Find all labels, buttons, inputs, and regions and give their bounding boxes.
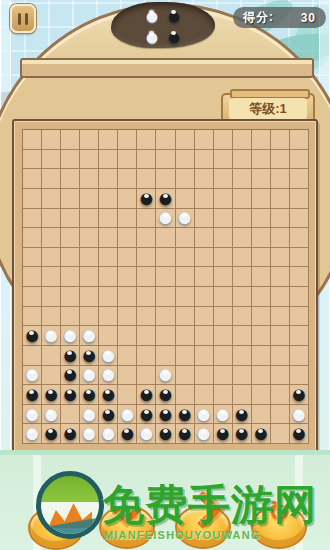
board-cell[interactable] [61, 228, 80, 248]
board-cell[interactable]: ● [80, 424, 99, 444]
board-cell[interactable] [118, 169, 137, 189]
board-cell[interactable] [99, 228, 118, 248]
tray-slot: ● [164, 4, 185, 25]
black-stone: ● [80, 346, 98, 365]
board-cell[interactable]: ● [61, 385, 80, 405]
board-cell[interactable] [252, 267, 271, 287]
board-cell[interactable] [42, 150, 61, 170]
board-cell[interactable]: ● [80, 385, 99, 405]
board-cell[interactable] [137, 366, 156, 386]
board-cell[interactable] [137, 346, 156, 366]
board-cell[interactable] [271, 287, 290, 307]
board-cell[interactable] [61, 405, 80, 425]
board-cell[interactable]: ● [99, 366, 118, 386]
board-cell[interactable] [233, 326, 252, 346]
board-cell[interactable] [23, 248, 42, 268]
board-cell[interactable] [176, 287, 195, 307]
score-badge: 得分: 30 [233, 7, 326, 28]
board-cell[interactable] [23, 130, 42, 150]
board-cell[interactable] [271, 307, 290, 327]
board-cell[interactable]: ● [80, 366, 99, 386]
game-board: ●●●●●●●●●●●●●●●●●●●●●●●●●●●●●●●●●●●●●●●●… [12, 119, 318, 453]
board-cell[interactable]: ● [156, 366, 175, 386]
board-cell[interactable] [290, 248, 309, 268]
board-cell[interactable]: ● [61, 346, 80, 366]
board-cell[interactable] [118, 307, 137, 327]
black-stone: ● [80, 385, 98, 404]
white-stone: ● [80, 405, 98, 424]
board-cell[interactable] [118, 189, 137, 209]
tray-slot: ● [164, 25, 185, 46]
board-cell[interactable] [23, 267, 42, 287]
black-stone: ● [137, 405, 155, 424]
black-stone: ● [290, 385, 308, 404]
board-cell[interactable] [99, 287, 118, 307]
watermark-chinese-text: 免费手游网 [0, 477, 317, 533]
board-cell[interactable] [195, 169, 214, 189]
board-cell[interactable] [80, 189, 99, 209]
white-stone: ● [42, 405, 60, 424]
board-cell[interactable] [23, 150, 42, 170]
board-cell[interactable]: ● [176, 424, 195, 444]
board-cell[interactable] [214, 287, 233, 307]
black-stone: ● [61, 385, 79, 404]
board-cell[interactable] [214, 385, 233, 405]
board-cell[interactable] [99, 130, 118, 150]
black-stone: ● [156, 189, 174, 208]
board-cell[interactable] [42, 209, 61, 229]
board-cell[interactable] [23, 169, 42, 189]
black-stone: ● [214, 424, 232, 443]
board-cell[interactable] [271, 169, 290, 189]
board-cell[interactable] [23, 287, 42, 307]
board-cell[interactable]: ● [118, 405, 137, 425]
level-badge-text: 等级:1 [229, 98, 307, 120]
board-cell[interactable] [214, 150, 233, 170]
board-cell[interactable]: ● [156, 209, 175, 229]
board-cell[interactable] [176, 385, 195, 405]
board-cell[interactable] [137, 267, 156, 287]
board-cell[interactable] [214, 228, 233, 248]
board-cell[interactable] [214, 130, 233, 150]
black-stone: ● [233, 405, 251, 424]
board-cell[interactable] [252, 189, 271, 209]
white-stone: ● [23, 366, 41, 385]
board-cell[interactable] [118, 287, 137, 307]
board-cell[interactable] [214, 267, 233, 287]
white-stone: ● [156, 366, 174, 385]
board-cell[interactable] [176, 267, 195, 287]
black-stone: ● [42, 385, 60, 404]
board-cell[interactable] [42, 189, 61, 209]
black-stone: ● [176, 424, 194, 443]
black-stone: ● [156, 424, 174, 443]
board-cell[interactable] [99, 189, 118, 209]
board-cell[interactable] [195, 326, 214, 346]
board-cell[interactable] [252, 405, 271, 425]
board-cell[interactable]: ● [137, 424, 156, 444]
board-cell[interactable]: ● [290, 385, 309, 405]
black-stone: ● [156, 385, 174, 404]
board-cell[interactable] [80, 307, 99, 327]
board-cell[interactable] [214, 307, 233, 327]
board-cell[interactable] [118, 248, 137, 268]
board-cell[interactable] [156, 267, 175, 287]
board-cell[interactable] [233, 150, 252, 170]
board-cell[interactable] [80, 248, 99, 268]
board-cell[interactable]: ● [156, 385, 175, 405]
board-cell[interactable] [42, 307, 61, 327]
board-cell[interactable]: ● [290, 424, 309, 444]
board-cell[interactable]: ● [42, 385, 61, 405]
white-stone: ● [195, 405, 213, 424]
board-cell[interactable] [290, 228, 309, 248]
game-screen: ●●●● 得分: 30 等级:1 ●●●●●●●●●●●●●●●●●●●●●●●… [0, 0, 330, 550]
board-cell[interactable]: ● [137, 405, 156, 425]
white-stone: ● [99, 424, 117, 443]
board-cell[interactable] [271, 385, 290, 405]
black-stone: ● [176, 405, 194, 424]
board-cell[interactable] [80, 169, 99, 189]
board-cell[interactable] [195, 189, 214, 209]
board-cell[interactable] [118, 346, 137, 366]
board-cell[interactable]: ● [214, 424, 233, 444]
board-cell[interactable] [271, 130, 290, 150]
board-cell[interactable] [233, 307, 252, 327]
board-cell[interactable] [195, 346, 214, 366]
board-cell[interactable] [23, 189, 42, 209]
board-cell[interactable]: ● [61, 366, 80, 386]
board-cell[interactable] [252, 209, 271, 229]
board-cell[interactable]: ● [233, 405, 252, 425]
board-cell[interactable] [214, 248, 233, 268]
board-cell[interactable] [42, 287, 61, 307]
white-stone: ● [80, 326, 98, 345]
board-cell[interactable] [233, 228, 252, 248]
board-cell[interactable] [195, 228, 214, 248]
board-cell[interactable]: ● [118, 424, 137, 444]
board-cell[interactable] [233, 366, 252, 386]
board-cell[interactable] [252, 366, 271, 386]
board-cell[interactable] [290, 189, 309, 209]
white-stone: ● [61, 326, 79, 345]
board-cell[interactable] [61, 169, 80, 189]
board-cell[interactable] [271, 326, 290, 346]
board-cell[interactable] [214, 346, 233, 366]
white-stone: ● [118, 405, 136, 424]
board-cell[interactable] [80, 150, 99, 170]
tray-slot: ● [142, 25, 163, 46]
board-cell[interactable]: ● [80, 405, 99, 425]
board-cell[interactable] [23, 346, 42, 366]
board-cell[interactable] [252, 287, 271, 307]
board-cell[interactable] [118, 228, 137, 248]
board-cell[interactable] [42, 228, 61, 248]
board-cell[interactable]: ● [23, 424, 42, 444]
black-stone: ● [23, 326, 41, 345]
black-stone: ● [61, 424, 79, 443]
board-cell[interactable] [233, 130, 252, 150]
board-cell[interactable] [176, 169, 195, 189]
board-cell[interactable] [156, 169, 175, 189]
black-stone: ● [156, 405, 174, 424]
board-cell[interactable] [156, 130, 175, 150]
board-cell[interactable] [195, 130, 214, 150]
board-cell[interactable]: ● [290, 405, 309, 425]
white-stone: ● [290, 405, 308, 424]
board-cell[interactable] [290, 169, 309, 189]
white-stone: ● [23, 424, 41, 443]
board-cell[interactable] [80, 267, 99, 287]
board-cell[interactable] [137, 150, 156, 170]
board-cell[interactable]: ● [80, 346, 99, 366]
board-cell[interactable] [233, 209, 252, 229]
board-cell[interactable] [61, 130, 80, 150]
board-cell[interactable] [99, 209, 118, 229]
board-cell[interactable]: ● [176, 405, 195, 425]
board-cell[interactable] [99, 150, 118, 170]
board-cell[interactable] [80, 228, 99, 248]
board-cell[interactable] [118, 209, 137, 229]
board-cell[interactable] [252, 150, 271, 170]
pause-button[interactable] [10, 4, 36, 33]
board-cell[interactable] [214, 209, 233, 229]
board-cell[interactable] [195, 209, 214, 229]
board-cell[interactable] [271, 228, 290, 248]
board-cell[interactable] [290, 130, 309, 150]
board-cell[interactable] [290, 287, 309, 307]
board-cell[interactable] [137, 169, 156, 189]
black-stone: ● [99, 405, 117, 424]
board-cell[interactable] [137, 326, 156, 346]
board-grid: ●●●●●●●●●●●●●●●●●●●●●●●●●●●●●●●●●●●●●●●●… [22, 129, 309, 444]
board-cell[interactable] [252, 228, 271, 248]
board-cell[interactable] [176, 307, 195, 327]
board-cell[interactable] [195, 267, 214, 287]
black-stone: ● [137, 189, 155, 208]
board-cell[interactable] [23, 307, 42, 327]
board-cell[interactable] [271, 405, 290, 425]
black-stone: ● [233, 424, 251, 443]
board-cell[interactable] [99, 248, 118, 268]
board-cell[interactable] [156, 287, 175, 307]
board-cell[interactable]: ● [214, 405, 233, 425]
board-cell[interactable] [156, 248, 175, 268]
black-stone: ● [164, 25, 185, 49]
board-cell[interactable] [195, 248, 214, 268]
board-cell[interactable]: ● [23, 366, 42, 386]
white-stone: ● [142, 25, 163, 49]
board-cell[interactable] [137, 228, 156, 248]
board-cell[interactable]: ● [42, 326, 61, 346]
board-cell[interactable] [137, 248, 156, 268]
white-stone: ● [176, 209, 194, 228]
board-cell[interactable]: ● [99, 405, 118, 425]
board-cell[interactable] [176, 366, 195, 386]
board-cell[interactable] [252, 130, 271, 150]
board-cell[interactable] [176, 130, 195, 150]
board-cell[interactable] [176, 346, 195, 366]
board-cell[interactable] [176, 189, 195, 209]
board-cell[interactable] [233, 346, 252, 366]
board-cell[interactable]: ● [23, 326, 42, 346]
board-cell[interactable] [118, 130, 137, 150]
black-stone: ● [290, 424, 308, 443]
board-cell[interactable]: ● [99, 385, 118, 405]
board-cell[interactable] [99, 307, 118, 327]
board-cell[interactable]: ● [233, 424, 252, 444]
board-cell[interactable]: ● [23, 405, 42, 425]
board-cell[interactable] [214, 366, 233, 386]
board-cell[interactable] [271, 424, 290, 444]
board-cell[interactable] [271, 150, 290, 170]
board-cell[interactable] [80, 130, 99, 150]
board-cell[interactable] [42, 346, 61, 366]
board-cell[interactable] [290, 267, 309, 287]
board-cell[interactable] [195, 307, 214, 327]
board-cell[interactable] [61, 287, 80, 307]
board-cell[interactable] [176, 150, 195, 170]
black-stone: ● [61, 346, 79, 365]
board-cell[interactable] [252, 385, 271, 405]
board-cell[interactable] [118, 366, 137, 386]
board-cell[interactable]: ● [156, 405, 175, 425]
board-cell[interactable]: ● [137, 189, 156, 209]
board-cell[interactable] [23, 209, 42, 229]
board-cell[interactable] [233, 248, 252, 268]
board-cell[interactable] [42, 169, 61, 189]
board-cell[interactable] [271, 248, 290, 268]
board-cell[interactable] [290, 209, 309, 229]
watermark-latin-text: MIANFEISHOUYOUWANG [104, 529, 261, 541]
board-cell[interactable] [233, 169, 252, 189]
board-cell[interactable] [137, 287, 156, 307]
board-cell[interactable] [252, 346, 271, 366]
board-cell[interactable] [233, 267, 252, 287]
board-cell[interactable] [80, 209, 99, 229]
white-stone: ● [80, 424, 98, 443]
black-stone: ● [137, 385, 155, 404]
board-cell[interactable] [214, 326, 233, 346]
board-cell[interactable] [61, 150, 80, 170]
board-cell[interactable] [271, 189, 290, 209]
board-cell[interactable] [42, 366, 61, 386]
board-cell[interactable] [118, 385, 137, 405]
pause-icon [25, 13, 28, 25]
board-cell[interactable] [42, 267, 61, 287]
white-stone: ● [195, 424, 213, 443]
board-cell[interactable]: ● [80, 326, 99, 346]
board-cell[interactable] [290, 150, 309, 170]
board-cell[interactable] [233, 287, 252, 307]
white-stone: ● [23, 405, 41, 424]
board-cell[interactable] [214, 189, 233, 209]
board-cell[interactable] [118, 326, 137, 346]
board-cell[interactable] [176, 326, 195, 346]
board-cell[interactable]: ● [61, 424, 80, 444]
board-cell[interactable] [233, 189, 252, 209]
board-cell[interactable] [271, 267, 290, 287]
board-cell[interactable] [61, 267, 80, 287]
board-cell[interactable] [252, 307, 271, 327]
board-cell[interactable] [195, 385, 214, 405]
board-cell[interactable] [156, 346, 175, 366]
board-cell[interactable] [118, 150, 137, 170]
board-cell[interactable] [271, 346, 290, 366]
board-cell[interactable] [195, 150, 214, 170]
board-cell[interactable] [42, 248, 61, 268]
board-cell[interactable]: ● [252, 424, 271, 444]
board-cell[interactable] [195, 366, 214, 386]
board-cell[interactable] [156, 150, 175, 170]
board-cell[interactable]: ● [99, 346, 118, 366]
board-cell[interactable] [156, 228, 175, 248]
board-cell[interactable] [61, 209, 80, 229]
board-cell[interactable] [61, 307, 80, 327]
bridge-deck [20, 58, 314, 78]
board-cell[interactable]: ● [23, 385, 42, 405]
board-cell[interactable] [61, 248, 80, 268]
board-cell[interactable] [271, 209, 290, 229]
black-stone: ● [42, 424, 60, 443]
board-cell[interactable] [233, 385, 252, 405]
board-cell[interactable] [271, 366, 290, 386]
board-cell[interactable] [99, 326, 118, 346]
board-cell[interactable]: ● [42, 405, 61, 425]
board-cell[interactable] [290, 307, 309, 327]
board-cell[interactable] [61, 189, 80, 209]
board-cell[interactable] [252, 326, 271, 346]
board-cell[interactable] [156, 326, 175, 346]
white-stone: ● [214, 405, 232, 424]
white-stone: ● [137, 424, 155, 443]
board-cell[interactable]: ● [61, 326, 80, 346]
board-cell[interactable]: ● [195, 405, 214, 425]
board-cell[interactable] [252, 248, 271, 268]
board-cell[interactable] [99, 169, 118, 189]
board-cell[interactable] [290, 326, 309, 346]
board-cell[interactable]: ● [156, 424, 175, 444]
white-stone: ● [99, 346, 117, 365]
board-cell[interactable]: ● [137, 385, 156, 405]
board-cell[interactable] [118, 267, 137, 287]
board-cell[interactable] [99, 267, 118, 287]
board-cell[interactable] [176, 228, 195, 248]
board-cell[interactable] [137, 209, 156, 229]
board-cell[interactable] [137, 130, 156, 150]
board-cell[interactable]: ● [42, 424, 61, 444]
board-cell[interactable]: ● [156, 189, 175, 209]
board-cell[interactable] [23, 228, 42, 248]
board-cell[interactable] [290, 366, 309, 386]
score-label: 得分: [243, 9, 274, 26]
board-cell[interactable] [80, 287, 99, 307]
board-cell[interactable] [214, 169, 233, 189]
board-cell[interactable] [195, 287, 214, 307]
board-cell[interactable] [176, 248, 195, 268]
board-cell[interactable] [252, 169, 271, 189]
tray-slot: ● [142, 4, 163, 25]
board-cell[interactable]: ● [195, 424, 214, 444]
board-cell[interactable] [137, 307, 156, 327]
board-cell[interactable] [290, 346, 309, 366]
black-stone: ● [252, 424, 270, 443]
pause-icon [18, 13, 21, 25]
board-cell[interactable] [156, 307, 175, 327]
board-cell[interactable] [42, 130, 61, 150]
board-cell[interactable]: ● [99, 424, 118, 444]
board-cell[interactable]: ● [176, 209, 195, 229]
